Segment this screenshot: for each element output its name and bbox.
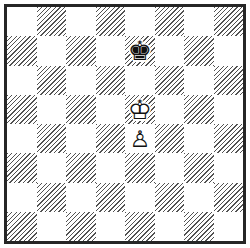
square-h4[interactable] — [214, 124, 244, 153]
square-d7[interactable] — [96, 36, 126, 65]
square-d1[interactable] — [96, 212, 126, 241]
square-b4[interactable] — [37, 124, 67, 153]
square-h1[interactable] — [214, 212, 244, 241]
square-b1[interactable] — [37, 212, 67, 241]
square-a8[interactable] — [7, 7, 37, 36]
square-b5[interactable] — [37, 95, 67, 124]
square-a7[interactable] — [7, 36, 37, 65]
square-e3[interactable] — [125, 153, 155, 182]
black-king: ♚ — [125, 36, 155, 65]
square-a6[interactable] — [7, 66, 37, 95]
square-e8[interactable] — [125, 7, 155, 36]
square-d3[interactable] — [96, 153, 126, 182]
square-c4[interactable] — [66, 124, 96, 153]
chessboard: ♚♚♚♔♟♙ — [4, 4, 246, 244]
square-f3[interactable] — [155, 153, 185, 182]
square-e4[interactable]: ♟♙ — [125, 124, 155, 153]
square-a5[interactable] — [7, 95, 37, 124]
square-f8[interactable] — [155, 7, 185, 36]
square-d2[interactable] — [96, 183, 126, 212]
square-h3[interactable] — [214, 153, 244, 182]
square-e6[interactable] — [125, 66, 155, 95]
square-e7[interactable]: ♚♚ — [125, 36, 155, 65]
square-d4[interactable] — [96, 124, 126, 153]
square-d6[interactable] — [96, 66, 126, 95]
square-c8[interactable] — [66, 7, 96, 36]
square-g6[interactable] — [184, 66, 214, 95]
square-a1[interactable] — [7, 212, 37, 241]
square-g7[interactable] — [184, 36, 214, 65]
white-pawn-fill: ♟ — [125, 124, 155, 153]
square-h7[interactable] — [214, 36, 244, 65]
square-f1[interactable] — [155, 212, 185, 241]
square-c3[interactable] — [66, 153, 96, 182]
square-h6[interactable] — [214, 66, 244, 95]
chess-diagram: ♚♚♚♔♟♙ — [0, 0, 250, 248]
square-b6[interactable] — [37, 66, 67, 95]
square-g1[interactable] — [184, 212, 214, 241]
square-a3[interactable] — [7, 153, 37, 182]
square-f6[interactable] — [155, 66, 185, 95]
square-e1[interactable] — [125, 212, 155, 241]
square-g5[interactable] — [184, 95, 214, 124]
square-g4[interactable] — [184, 124, 214, 153]
square-a4[interactable] — [7, 124, 37, 153]
square-c7[interactable] — [66, 36, 96, 65]
square-d5[interactable] — [96, 95, 126, 124]
square-c6[interactable] — [66, 66, 96, 95]
black-king-fill: ♚ — [125, 36, 155, 65]
square-b8[interactable] — [37, 7, 67, 36]
square-b7[interactable] — [37, 36, 67, 65]
white-pawn: ♙ — [125, 124, 155, 153]
square-c5[interactable] — [66, 95, 96, 124]
square-f5[interactable] — [155, 95, 185, 124]
square-g2[interactable] — [184, 183, 214, 212]
square-c1[interactable] — [66, 212, 96, 241]
square-e2[interactable] — [125, 183, 155, 212]
square-g3[interactable] — [184, 153, 214, 182]
square-h8[interactable] — [214, 7, 244, 36]
square-h5[interactable] — [214, 95, 244, 124]
white-king: ♔ — [125, 95, 155, 124]
square-f7[interactable] — [155, 36, 185, 65]
square-b3[interactable] — [37, 153, 67, 182]
white-king-fill: ♚ — [125, 95, 155, 124]
square-h2[interactable] — [214, 183, 244, 212]
square-c2[interactable] — [66, 183, 96, 212]
square-e5[interactable]: ♚♔ — [125, 95, 155, 124]
square-f2[interactable] — [155, 183, 185, 212]
square-d8[interactable] — [96, 7, 126, 36]
square-f4[interactable] — [155, 124, 185, 153]
square-g8[interactable] — [184, 7, 214, 36]
square-b2[interactable] — [37, 183, 67, 212]
square-a2[interactable] — [7, 183, 37, 212]
